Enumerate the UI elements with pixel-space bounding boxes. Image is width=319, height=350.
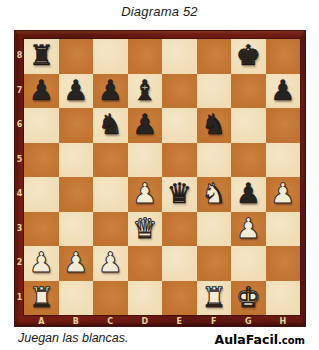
white-rook: ♜ <box>24 281 59 316</box>
square-h4: ♟ <box>266 177 301 212</box>
white-queen: ♛ <box>128 212 163 247</box>
rank-label-4: 4 <box>15 177 24 212</box>
black-queen: ♛ <box>162 177 197 212</box>
square-c1 <box>93 281 128 316</box>
square-f8 <box>197 39 232 74</box>
square-e5 <box>162 143 197 178</box>
file-labels: ABCDEFGH <box>24 315 300 328</box>
square-d2 <box>128 246 163 281</box>
black-pawn: ♟ <box>231 177 266 212</box>
side-to-move-caption: Juegan las blancas. <box>18 331 129 345</box>
file-label-c: C <box>93 315 128 328</box>
square-d1 <box>128 281 163 316</box>
black-knight: ♞ <box>93 108 128 143</box>
square-g2 <box>231 246 266 281</box>
black-pawn: ♟ <box>24 74 59 109</box>
square-d8 <box>128 39 163 74</box>
rank-label-1: 1 <box>15 281 24 316</box>
black-pawn: ♟ <box>93 74 128 109</box>
square-h7: ♟ <box>266 74 301 109</box>
file-label-d: D <box>128 315 163 328</box>
square-g4: ♟ <box>231 177 266 212</box>
square-a5 <box>24 143 59 178</box>
square-f6: ♞ <box>197 108 232 143</box>
square-g3: ♟ <box>231 212 266 247</box>
square-c7: ♟ <box>93 74 128 109</box>
black-pawn: ♟ <box>266 74 301 109</box>
file-label-b: B <box>59 315 94 328</box>
square-h6 <box>266 108 301 143</box>
square-f2 <box>197 246 232 281</box>
square-g1: ♚ <box>231 281 266 316</box>
black-pawn: ♟ <box>128 108 163 143</box>
square-f7 <box>197 74 232 109</box>
white-pawn: ♟ <box>266 177 301 212</box>
rank-label-2: 2 <box>15 246 24 281</box>
square-d7: ♝ <box>128 74 163 109</box>
square-a7: ♟ <box>24 74 59 109</box>
black-pawn: ♟ <box>59 74 94 109</box>
white-rook: ♜ <box>197 281 232 316</box>
white-knight: ♞ <box>197 177 232 212</box>
white-pawn: ♟ <box>93 246 128 281</box>
black-bishop: ♝ <box>128 74 163 109</box>
square-b8 <box>59 39 94 74</box>
white-pawn: ♟ <box>128 177 163 212</box>
square-c2: ♟ <box>93 246 128 281</box>
square-g5 <box>231 143 266 178</box>
square-d5 <box>128 143 163 178</box>
rank-label-8: 8 <box>15 39 24 74</box>
square-d6: ♟ <box>128 108 163 143</box>
chess-board-frame: 87654321 ♜♚♟♟♟♝♟♞♟♞♟♛♞♟♟♛♟♟♟♟♜♜♚ ABCDEFG… <box>14 30 306 327</box>
rank-label-5: 5 <box>15 143 24 178</box>
square-b2: ♟ <box>59 246 94 281</box>
square-b7: ♟ <box>59 74 94 109</box>
file-label-e: E <box>162 315 197 328</box>
white-pawn: ♟ <box>231 212 266 247</box>
square-a6 <box>24 108 59 143</box>
square-e3 <box>162 212 197 247</box>
file-label-f: F <box>197 315 232 328</box>
rank-label-7: 7 <box>15 74 24 109</box>
square-a4 <box>24 177 59 212</box>
square-c6: ♞ <box>93 108 128 143</box>
white-pawn: ♟ <box>59 246 94 281</box>
square-f3 <box>197 212 232 247</box>
site-logo-tld: .com <box>278 335 305 346</box>
square-e1 <box>162 281 197 316</box>
file-label-g: G <box>231 315 266 328</box>
square-b4 <box>59 177 94 212</box>
square-a2: ♟ <box>24 246 59 281</box>
diagram-title: Diagrama 52 <box>0 4 319 19</box>
square-f5 <box>197 143 232 178</box>
square-e8 <box>162 39 197 74</box>
file-label-a: A <box>24 315 59 328</box>
square-c8 <box>93 39 128 74</box>
square-c4 <box>93 177 128 212</box>
square-b6 <box>59 108 94 143</box>
square-a1: ♜ <box>24 281 59 316</box>
square-g6 <box>231 108 266 143</box>
square-g8: ♚ <box>231 39 266 74</box>
black-rook: ♜ <box>24 39 59 74</box>
white-pawn: ♟ <box>24 246 59 281</box>
square-e6 <box>162 108 197 143</box>
rank-label-3: 3 <box>15 212 24 247</box>
square-d3: ♛ <box>128 212 163 247</box>
square-a8: ♜ <box>24 39 59 74</box>
rank-labels: 87654321 <box>15 39 24 315</box>
white-king: ♚ <box>231 281 266 316</box>
file-label-h: H <box>266 315 301 328</box>
square-e4: ♛ <box>162 177 197 212</box>
square-b3 <box>59 212 94 247</box>
square-c3 <box>93 212 128 247</box>
square-c5 <box>93 143 128 178</box>
chess-board: ♜♚♟♟♟♝♟♞♟♞♟♛♞♟♟♛♟♟♟♟♜♜♚ <box>24 39 300 315</box>
black-knight: ♞ <box>197 108 232 143</box>
site-logo: AulaFacil.com <box>214 332 305 347</box>
square-f4: ♞ <box>197 177 232 212</box>
square-h2 <box>266 246 301 281</box>
square-b5 <box>59 143 94 178</box>
square-g7 <box>231 74 266 109</box>
site-logo-name: AulaFacil <box>214 332 278 347</box>
square-h5 <box>266 143 301 178</box>
square-f1: ♜ <box>197 281 232 316</box>
square-a3 <box>24 212 59 247</box>
square-h1 <box>266 281 301 316</box>
black-king: ♚ <box>231 39 266 74</box>
rank-label-6: 6 <box>15 108 24 143</box>
square-b1 <box>59 281 94 316</box>
square-e7 <box>162 74 197 109</box>
square-h8 <box>266 39 301 74</box>
square-h3 <box>266 212 301 247</box>
square-e2 <box>162 246 197 281</box>
square-d4: ♟ <box>128 177 163 212</box>
